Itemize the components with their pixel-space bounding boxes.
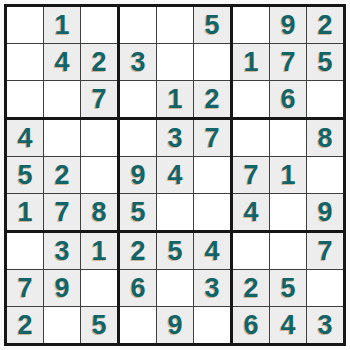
- cell-r1c2[interactable]: 1: [44, 7, 80, 43]
- cell-r7c7[interactable]: [233, 233, 269, 269]
- cell-r2c6[interactable]: [194, 44, 230, 80]
- cell-r9c2[interactable]: [44, 307, 80, 343]
- cell-r5c3[interactable]: [81, 157, 117, 193]
- box-4: 452178: [7, 120, 117, 230]
- cell-r8c1[interactable]: 7: [7, 270, 43, 306]
- cell-r5c4[interactable]: 9: [120, 157, 156, 193]
- cell-r7c2[interactable]: 3: [44, 233, 80, 269]
- cell-r2c4[interactable]: 3: [120, 44, 156, 80]
- sudoku-board: 1427531292175645217837945871493179252546…: [4, 4, 346, 346]
- cell-r2c2[interactable]: 4: [44, 44, 80, 80]
- sudoku-page: 1427531292175645217837945871493179252546…: [0, 0, 350, 350]
- cell-r9c5[interactable]: 9: [157, 307, 193, 343]
- cell-r1c9[interactable]: 2: [307, 7, 343, 43]
- cell-r8c8[interactable]: 5: [270, 270, 306, 306]
- box-6: 87149: [233, 120, 343, 230]
- cell-r5c8[interactable]: 1: [270, 157, 306, 193]
- cell-r6c9[interactable]: 9: [307, 194, 343, 230]
- cell-r3c4[interactable]: [120, 81, 156, 117]
- cell-r1c5[interactable]: [157, 7, 193, 43]
- cell-r6c6[interactable]: [194, 194, 230, 230]
- cell-r5c9[interactable]: [307, 157, 343, 193]
- cell-r2c1[interactable]: [7, 44, 43, 80]
- cell-r6c8[interactable]: [270, 194, 306, 230]
- cell-r1c3[interactable]: [81, 7, 117, 43]
- box-5: 37945: [120, 120, 230, 230]
- cell-r2c5[interactable]: [157, 44, 193, 80]
- cell-r5c5[interactable]: 4: [157, 157, 193, 193]
- cell-r7c9[interactable]: 7: [307, 233, 343, 269]
- cell-r1c6[interactable]: 5: [194, 7, 230, 43]
- box-7: 317925: [7, 233, 117, 343]
- cell-r7c1[interactable]: [7, 233, 43, 269]
- cell-r1c7[interactable]: [233, 7, 269, 43]
- cell-r4c3[interactable]: [81, 120, 117, 156]
- cell-r4c8[interactable]: [270, 120, 306, 156]
- cell-r4c4[interactable]: [120, 120, 156, 156]
- cell-r6c5[interactable]: [157, 194, 193, 230]
- cell-r8c4[interactable]: 6: [120, 270, 156, 306]
- cell-r5c1[interactable]: 5: [7, 157, 43, 193]
- cell-r6c3[interactable]: 8: [81, 194, 117, 230]
- cell-r7c3[interactable]: 1: [81, 233, 117, 269]
- cell-r4c5[interactable]: 3: [157, 120, 193, 156]
- cell-r4c7[interactable]: [233, 120, 269, 156]
- cell-r3c5[interactable]: 1: [157, 81, 193, 117]
- cell-r3c6[interactable]: 2: [194, 81, 230, 117]
- cell-r4c1[interactable]: 4: [7, 120, 43, 156]
- box-2: 5312: [120, 7, 230, 117]
- cell-r2c7[interactable]: 1: [233, 44, 269, 80]
- cell-r9c1[interactable]: 2: [7, 307, 43, 343]
- cell-r3c9[interactable]: [307, 81, 343, 117]
- cell-r4c2[interactable]: [44, 120, 80, 156]
- cell-r3c3[interactable]: 7: [81, 81, 117, 117]
- box-3: 921756: [233, 7, 343, 117]
- cell-r9c7[interactable]: 6: [233, 307, 269, 343]
- cell-r9c3[interactable]: 5: [81, 307, 117, 343]
- cell-r8c6[interactable]: 3: [194, 270, 230, 306]
- cell-r7c6[interactable]: 4: [194, 233, 230, 269]
- cell-r3c2[interactable]: [44, 81, 80, 117]
- cell-r6c1[interactable]: 1: [7, 194, 43, 230]
- cell-r5c7[interactable]: 7: [233, 157, 269, 193]
- cell-r6c7[interactable]: 4: [233, 194, 269, 230]
- cell-r5c6[interactable]: [194, 157, 230, 193]
- cell-r8c5[interactable]: [157, 270, 193, 306]
- cell-r7c5[interactable]: 5: [157, 233, 193, 269]
- cell-r3c1[interactable]: [7, 81, 43, 117]
- cell-r4c6[interactable]: 7: [194, 120, 230, 156]
- cell-r9c6[interactable]: [194, 307, 230, 343]
- cell-r4c9[interactable]: 8: [307, 120, 343, 156]
- cell-r1c8[interactable]: 9: [270, 7, 306, 43]
- cell-r2c8[interactable]: 7: [270, 44, 306, 80]
- cell-r7c8[interactable]: [270, 233, 306, 269]
- box-8: 254639: [120, 233, 230, 343]
- cell-r5c2[interactable]: 2: [44, 157, 80, 193]
- cell-r9c8[interactable]: 4: [270, 307, 306, 343]
- cell-r2c9[interactable]: 5: [307, 44, 343, 80]
- box-1: 1427: [7, 7, 117, 117]
- box-9: 725643: [233, 233, 343, 343]
- cell-r3c8[interactable]: 6: [270, 81, 306, 117]
- cell-r2c3[interactable]: 2: [81, 44, 117, 80]
- cell-r8c2[interactable]: 9: [44, 270, 80, 306]
- cell-r8c9[interactable]: [307, 270, 343, 306]
- cell-r9c9[interactable]: 3: [307, 307, 343, 343]
- cell-r9c4[interactable]: [120, 307, 156, 343]
- cell-r8c3[interactable]: [81, 270, 117, 306]
- cell-r1c1[interactable]: [7, 7, 43, 43]
- cell-r1c4[interactable]: [120, 7, 156, 43]
- cell-r3c7[interactable]: [233, 81, 269, 117]
- cell-r6c4[interactable]: 5: [120, 194, 156, 230]
- cell-r6c2[interactable]: 7: [44, 194, 80, 230]
- cell-r8c7[interactable]: 2: [233, 270, 269, 306]
- cell-r7c4[interactable]: 2: [120, 233, 156, 269]
